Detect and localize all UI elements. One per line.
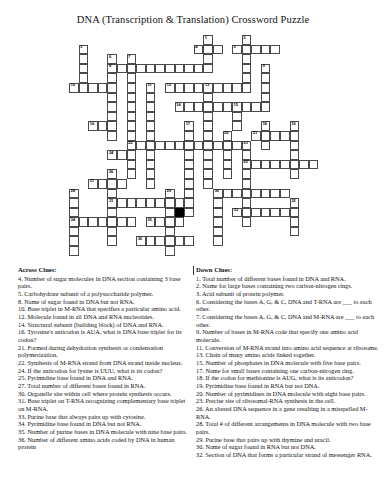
grid-cell[interactable]	[280, 208, 290, 218]
grid-cell[interactable]	[127, 160, 137, 170]
grid-cell[interactable]	[79, 83, 89, 93]
grid-cell[interactable]	[69, 208, 79, 218]
grid-cell[interactable]	[261, 131, 271, 141]
grid-cell[interactable]	[213, 217, 223, 227]
grid-cell[interactable]	[223, 102, 233, 112]
grid-cell[interactable]	[184, 189, 194, 199]
down-clue-23: 23. Precise site of ribosomal-RNA synthe…	[196, 397, 382, 405]
grid-cell[interactable]	[127, 93, 137, 103]
down-clue-32: 32. Section of DNA that forms a particul…	[196, 451, 382, 459]
cell-number: 23	[243, 141, 247, 146]
across-clue-22: 22. Synthesis of M-RNA strand from DNA s…	[18, 359, 191, 367]
grid-cell[interactable]	[203, 45, 213, 55]
grid-cell[interactable]: 31	[107, 198, 117, 208]
grid-cell[interactable]	[69, 236, 79, 246]
grid-cell[interactable]	[203, 64, 213, 74]
cell-number: 35	[147, 218, 151, 223]
grid-cell[interactable]: 17	[184, 121, 194, 131]
grid-cell[interactable]	[165, 208, 175, 218]
grid-cell[interactable]	[309, 160, 319, 170]
grid-cell[interactable]: 14	[175, 102, 185, 112]
grid-cell[interactable]: 33	[232, 208, 242, 218]
grid-cell[interactable]	[223, 189, 233, 199]
cell-number: 9	[262, 64, 264, 69]
grid-cell[interactable]: 18	[261, 121, 271, 131]
grid-cell[interactable]	[194, 64, 204, 74]
cell-number: 31	[109, 199, 113, 204]
grid-cell[interactable]	[223, 141, 233, 151]
grid-cell[interactable]	[107, 208, 117, 218]
grid-cell[interactable]: 12	[165, 83, 175, 93]
grid-cell[interactable]	[251, 189, 261, 199]
grid-cell[interactable]	[232, 189, 242, 199]
clues-down-column: Down Clues: 1. Total number of different…	[196, 266, 382, 459]
grid-cell[interactable]	[175, 198, 185, 208]
grid-cell[interactable]	[270, 131, 280, 141]
cell-number: 18	[262, 122, 266, 127]
down-clue-15: 15. Number of phosphates in DNA molecule…	[196, 359, 382, 367]
grid-cell[interactable]	[155, 217, 165, 227]
grid-cell[interactable]	[127, 102, 137, 112]
grid-cell[interactable]	[146, 93, 156, 103]
grid-cell[interactable]	[213, 236, 223, 246]
grid-cell[interactable]	[232, 141, 242, 151]
grid-cell[interactable]	[165, 64, 175, 74]
grid-cell[interactable]	[117, 64, 127, 74]
grid-cell[interactable]	[290, 131, 300, 141]
across-clue-14: 14. Structural subunit (building block) …	[18, 321, 191, 329]
grid-cell[interactable]: 23	[242, 141, 252, 151]
grid-cell[interactable]	[127, 83, 137, 93]
grid-cell[interactable]	[117, 217, 127, 227]
grid-cell[interactable]	[242, 179, 252, 189]
grid-cell[interactable]	[242, 217, 252, 227]
cell-number: 34	[71, 218, 75, 223]
grid-cell[interactable]	[203, 121, 213, 131]
grid-cell[interactable]	[290, 208, 300, 218]
grid-cell[interactable]	[98, 121, 108, 131]
black-cell	[175, 208, 185, 218]
grid-cell[interactable]	[184, 198, 194, 208]
cell-number: 11	[147, 83, 151, 88]
grid-cell[interactable]	[88, 217, 98, 227]
grid-cell[interactable]: 22	[127, 141, 137, 151]
grid-cell[interactable]	[290, 217, 300, 227]
grid-cell[interactable]	[98, 217, 108, 227]
grid-cell[interactable]	[117, 150, 127, 160]
clues-across-column: Across Clues: 4. Number of sugar molecul…	[18, 266, 191, 451]
grid-cell[interactable]	[127, 64, 137, 74]
grid-cell[interactable]	[184, 160, 194, 170]
grid-cell[interactable]	[270, 208, 280, 218]
grid-cell[interactable]	[165, 217, 175, 227]
grid-cell[interactable]: 16	[88, 121, 98, 131]
grid-cell[interactable]	[242, 73, 252, 83]
grid-cell[interactable]	[107, 179, 117, 189]
grid-cell[interactable]	[261, 45, 271, 55]
grid-cell[interactable]	[184, 141, 194, 151]
across-clue-31: 31. Base triplet on T-RNA recognizing co…	[18, 397, 191, 412]
across-clue-25: 25. Pyrimidine base found in DNA and RNA…	[18, 374, 191, 382]
grid-cell[interactable]	[261, 189, 271, 199]
across-clue-27: 27. Total number of different bases foun…	[18, 382, 191, 390]
grid-cell[interactable]	[184, 179, 194, 189]
grid-cell[interactable]: 3	[79, 45, 89, 55]
grid-cell[interactable]	[261, 208, 271, 218]
cell-number: 24	[109, 151, 113, 156]
grid-cell[interactable]	[270, 45, 280, 55]
down-clue-2: 2. Name for large bases containing two c…	[196, 282, 382, 290]
grid-cell[interactable]	[146, 121, 156, 131]
cell-number: 17	[186, 122, 190, 127]
cell-number: 27	[90, 179, 94, 184]
down-clue-6: 6. Considering the bases A, G, & C, DNA …	[196, 298, 382, 313]
grid-cell[interactable]	[165, 246, 175, 256]
across-clue-10: 10. Base triplet in M-RNA that specifies…	[18, 305, 191, 313]
across-clue-4: 4. Number of sugar molecules in DNA sect…	[18, 275, 191, 290]
grid-cell[interactable]	[213, 141, 223, 151]
grid-cell[interactable]	[290, 141, 300, 151]
grid-cell[interactable]	[184, 150, 194, 160]
across-clue-34: 34. Pyrimidine base found in DNA but not…	[18, 420, 191, 428]
grid-cell[interactable]: 10	[69, 83, 79, 93]
grid-cell[interactable]	[155, 64, 165, 74]
grid-cell[interactable]	[184, 64, 194, 74]
down-clues-list: 1. Total number of different bases found…	[196, 275, 382, 459]
grid-cell[interactable]	[107, 227, 117, 237]
grid-cell[interactable]	[194, 83, 204, 93]
crossword-grid: 1234567891011121314151617181920212223242…	[69, 35, 318, 256]
grid-cell[interactable]	[107, 93, 117, 103]
grid-cell[interactable]	[232, 121, 242, 131]
grid-cell[interactable]	[117, 179, 127, 189]
cell-number: 5	[234, 45, 236, 50]
grid-cell[interactable]	[270, 189, 280, 199]
grid-cell[interactable]	[184, 131, 194, 141]
grid-cell[interactable]	[213, 208, 223, 218]
down-clue-29: 29. Purine base that pairs up with thymi…	[196, 436, 382, 444]
grid-cell[interactable]	[146, 64, 156, 74]
across-clue-5: 5. Carbohydrate subunit of a polysacchar…	[18, 290, 191, 298]
cell-number: 1	[205, 36, 207, 41]
down-clue-18: 18. If the codon for methionine is AUG, …	[196, 374, 382, 382]
grid-cell[interactable]: 30	[213, 189, 223, 199]
grid-cell[interactable]: 29	[165, 189, 175, 199]
grid-cell[interactable]	[107, 102, 117, 112]
grid-cell[interactable]	[117, 198, 127, 208]
grid-cell[interactable]	[184, 169, 194, 179]
grid-cell[interactable]: 26	[107, 169, 117, 179]
grid-cell[interactable]	[146, 102, 156, 112]
across-clue-30: 30. Organelle site within cell where pro…	[18, 390, 191, 398]
grid-cell[interactable]	[251, 45, 261, 55]
grid-cell[interactable]	[175, 236, 185, 246]
across-clue-36: 36. Number of different amino acids code…	[18, 436, 191, 451]
cell-number: 29	[166, 189, 170, 194]
down-clue-17: 17. Name for small bases containing one …	[196, 367, 382, 375]
grid-cell[interactable]: 2	[242, 35, 252, 45]
grid-cell[interactable]	[194, 102, 204, 112]
grid-cell[interactable]	[242, 45, 252, 55]
grid-cell[interactable]	[290, 227, 300, 237]
grid-cell[interactable]	[213, 198, 223, 208]
grid-cell[interactable]	[242, 64, 252, 74]
grid-cell[interactable]	[127, 217, 137, 227]
grid-cell[interactable]	[203, 150, 213, 160]
cell-number: 12	[166, 83, 170, 88]
across-clues-list: 4. Number of sugar molecules in DNA sect…	[18, 275, 191, 451]
grid-cell[interactable]	[232, 83, 242, 93]
down-clue-30: 30. Name of sugar found in RNA but not D…	[196, 443, 382, 451]
cell-number: 28	[71, 189, 75, 194]
grid-cell[interactable]	[203, 93, 213, 103]
grid-cell[interactable]	[203, 169, 213, 179]
cell-number: 14	[176, 103, 180, 108]
grid-cell[interactable]	[175, 141, 185, 151]
grid-cell[interactable]	[203, 102, 213, 112]
grid-cell[interactable]: 35	[146, 217, 156, 227]
grid-cell[interactable]	[98, 179, 108, 189]
cell-number: 30	[214, 189, 218, 194]
grid-cell[interactable]	[203, 141, 213, 151]
grid-cell[interactable]	[203, 54, 213, 64]
grid-cell[interactable]	[203, 160, 213, 170]
grid-cell[interactable]	[127, 198, 137, 208]
grid-cell[interactable]	[107, 189, 117, 199]
grid-cell[interactable]	[213, 227, 223, 237]
grid-cell[interactable]	[88, 83, 98, 93]
grid-cell[interactable]	[98, 83, 108, 93]
grid-cell[interactable]	[146, 169, 156, 179]
cell-number: 25	[243, 160, 247, 165]
cell-number: 26	[109, 170, 113, 175]
cell-number: 21	[253, 131, 257, 136]
grid-cell[interactable]	[290, 150, 300, 160]
clue-column-divider	[193, 266, 194, 275]
grid-cell[interactable]	[107, 112, 117, 122]
down-clue-26: 26. An altered DNA sequence in a gene re…	[196, 405, 382, 420]
grid-cell[interactable]: 32	[290, 198, 300, 208]
grid-cell[interactable]	[79, 73, 89, 83]
grid-cell[interactable]	[107, 121, 117, 131]
grid-cell[interactable]: 15	[232, 102, 242, 112]
grid-cell[interactable]	[242, 54, 252, 64]
grid-cell[interactable]	[261, 93, 271, 103]
crossword-puzzle-page: DNA (Transcription & Translation) Crossw…	[0, 0, 386, 500]
grid-cell[interactable]	[127, 150, 137, 160]
grid-cell[interactable]	[223, 160, 233, 170]
grid-cell[interactable]	[194, 141, 204, 151]
grid-cell[interactable]: 13	[203, 83, 213, 93]
down-clue-19: 19. Pyrimidine base found in RNA but not…	[196, 382, 382, 390]
grid-cell[interactable]: 24	[107, 150, 117, 160]
down-clues-heading: Down Clues:	[196, 266, 382, 274]
grid-cell[interactable]: 5	[232, 45, 242, 55]
down-clue-11: 11. Conversion of M-RNA strand into amin…	[196, 344, 382, 352]
grid-cell[interactable]: 7	[127, 54, 137, 64]
cell-number: 32	[291, 199, 295, 204]
down-clue-9: 9. Number of bases in M-RNA code that sp…	[196, 328, 382, 343]
grid-cell[interactable]	[146, 150, 156, 160]
cell-number: 3	[80, 45, 82, 50]
grid-cell[interactable]	[107, 236, 117, 246]
grid-cell[interactable]	[165, 227, 175, 237]
grid-cell[interactable]	[223, 169, 233, 179]
grid-cell[interactable]: 1	[203, 35, 213, 45]
grid-cell[interactable]	[261, 83, 271, 93]
grid-cell[interactable]: 36	[136, 236, 146, 246]
grid-cell[interactable]	[242, 102, 252, 112]
down-clue-3: 3. Acid subunit of protein polymer.	[196, 290, 382, 298]
grid-cell[interactable]	[79, 64, 89, 74]
grid-cell[interactable]	[203, 112, 213, 122]
grid-cell[interactable]	[107, 83, 117, 93]
cell-number: 10	[71, 83, 75, 88]
across-clues-heading: Across Clues:	[18, 266, 191, 274]
grid-cell[interactable]	[79, 217, 89, 227]
grid-cell[interactable]	[184, 83, 194, 93]
grid-cell[interactable]	[213, 83, 223, 93]
grid-cell[interactable]	[69, 227, 79, 237]
grid-cell[interactable]	[146, 198, 156, 208]
down-clue-28: 28. Total # of different arrangements in…	[196, 420, 382, 435]
grid-cell[interactable]	[69, 246, 79, 256]
grid-cell[interactable]: 19	[290, 121, 300, 131]
grid-cell[interactable]	[155, 141, 165, 151]
grid-cell[interactable]	[261, 141, 271, 151]
grid-cell[interactable]	[251, 208, 261, 218]
across-clue-16: 16. Tyrosine's anticodon is AUA, what is…	[18, 328, 191, 343]
grid-cell[interactable]	[203, 131, 213, 141]
grid-cell[interactable]: 25	[242, 160, 252, 170]
grid-cell[interactable]	[280, 160, 290, 170]
across-clue-24: 24. If the anticodon for lysine is UUU, …	[18, 367, 191, 375]
grid-cell[interactable]	[203, 179, 213, 189]
cell-number: 16	[90, 122, 94, 127]
cell-number: 15	[234, 103, 238, 108]
across-clue-33: 33. Purine base that always pairs up wit…	[18, 413, 191, 421]
across-clue-21: 21. Formed during dehydration synthesis …	[18, 344, 191, 359]
grid-cell[interactable]: 34	[69, 217, 79, 227]
grid-cell[interactable]	[127, 121, 137, 131]
grid-cell[interactable]: 11	[146, 83, 156, 93]
grid-cell[interactable]	[280, 131, 290, 141]
cell-number: 36	[138, 237, 142, 242]
grid-cell[interactable]	[165, 141, 175, 151]
grid-cell[interactable]	[213, 45, 223, 55]
grid-cell[interactable]	[165, 198, 175, 208]
cell-number: 2	[243, 36, 245, 41]
grid-cell[interactable]	[242, 169, 252, 179]
grid-cell[interactable]: 21	[251, 131, 261, 141]
grid-cell[interactable]	[175, 83, 185, 93]
grid-cell[interactable]: 20	[223, 131, 233, 141]
cell-number: 20	[224, 131, 228, 136]
grid-cell[interactable]	[251, 102, 261, 112]
grid-cell[interactable]	[290, 160, 300, 170]
grid-cell[interactable]	[107, 131, 117, 141]
cell-number: 4	[195, 45, 197, 50]
cell-number: 33	[234, 208, 238, 213]
grid-cell[interactable]	[175, 217, 185, 227]
grid-cell[interactable]	[290, 169, 300, 179]
grid-cell[interactable]	[136, 198, 146, 208]
grid-cell[interactable]	[136, 64, 146, 74]
across-clue-35: 35. Number of purine bases in DNA molecu…	[18, 428, 191, 436]
grid-cell[interactable]	[155, 236, 165, 246]
cell-number: 22	[128, 141, 132, 146]
page-title: DNA (Transcription & Translation) Crossw…	[0, 14, 386, 25]
cell-number: 7	[128, 55, 130, 60]
grid-cell[interactable]	[299, 160, 309, 170]
grid-cell[interactable]	[146, 131, 156, 141]
grid-cell[interactable]	[280, 189, 290, 199]
across-clue-12: 12. Molecule found in all DNA and RNA nu…	[18, 313, 191, 321]
grid-cell[interactable]	[261, 160, 271, 170]
grid-cell[interactable]	[127, 112, 137, 122]
grid-cell[interactable]	[69, 198, 79, 208]
grid-cell[interactable]	[184, 236, 194, 246]
down-clue-1: 1. Total number of different bases found…	[196, 275, 382, 283]
grid-cell[interactable]	[165, 236, 175, 246]
grid-cell[interactable]	[242, 83, 252, 93]
grid-cell[interactable]	[184, 208, 194, 218]
grid-cell[interactable]	[136, 141, 146, 151]
across-clue-8: 8. Name of sugar found in DNA but not RN…	[18, 298, 191, 306]
grid-cell[interactable]	[223, 150, 233, 160]
grid-cell[interactable]	[146, 141, 156, 151]
down-clue-13: 13. Chain of many amino acids linked tog…	[196, 351, 382, 359]
cell-number: 8	[109, 64, 111, 69]
down-clue-20: 20. Number of pyrimidines in DNA molecul…	[196, 390, 382, 398]
cell-number: 19	[291, 122, 295, 127]
grid-cell[interactable]	[146, 179, 156, 189]
grid-cell[interactable]	[107, 217, 117, 227]
cell-number: 6	[109, 55, 111, 60]
grid-cell[interactable]	[146, 160, 156, 170]
cell-number: 13	[205, 83, 209, 88]
grid-cell[interactable]	[155, 198, 165, 208]
down-clue-7: 7. Considering the bases A, G, & C, DNA …	[196, 313, 382, 328]
grid-cell[interactable]	[242, 189, 252, 199]
grid-cell[interactable]	[127, 73, 137, 83]
grid-cell[interactable]	[107, 73, 117, 83]
grid-cell[interactable]: 27	[88, 179, 98, 189]
grid-cell[interactable]	[251, 160, 261, 170]
grid-cell[interactable]	[184, 102, 194, 112]
grid-cell[interactable]	[79, 54, 89, 64]
grid-cell[interactable]	[270, 160, 280, 170]
grid-cell[interactable]	[261, 73, 271, 83]
grid-cell[interactable]	[146, 112, 156, 122]
grid-cell[interactable]: 4	[194, 45, 204, 55]
grid-cell[interactable]	[242, 208, 252, 218]
grid-cell[interactable]	[261, 102, 271, 112]
grid-cell[interactable]: 28	[69, 189, 79, 199]
grid-cell[interactable]	[223, 83, 233, 93]
grid-cell[interactable]	[175, 64, 185, 74]
grid-cell[interactable]	[213, 102, 223, 112]
grid-cell[interactable]	[146, 236, 156, 246]
grid-cell[interactable]: 8	[107, 64, 117, 74]
grid-cell[interactable]	[242, 198, 252, 208]
grid-cell[interactable]: 9	[261, 64, 271, 74]
grid-cell[interactable]	[127, 169, 137, 179]
grid-cell[interactable]	[232, 112, 242, 122]
